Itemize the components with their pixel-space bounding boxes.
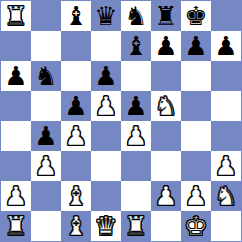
square-h1[interactable] — [211, 211, 241, 241]
square-g8[interactable]: ♚ — [181, 1, 211, 31]
square-c7[interactable] — [61, 31, 91, 61]
black-bishop[interactable]: ♝ — [124, 31, 147, 61]
square-h2[interactable]: ♞ — [211, 181, 241, 211]
square-h7[interactable]: ♟ — [211, 31, 241, 61]
black-knight[interactable]: ♞ — [34, 61, 57, 91]
white-rook[interactable]: ♜ — [4, 1, 27, 31]
square-d8[interactable]: ♛ — [91, 1, 121, 31]
square-c5[interactable]: ♟ — [61, 91, 91, 121]
square-e8[interactable]: ♞ — [121, 1, 151, 31]
black-knight[interactable]: ♞ — [124, 1, 147, 31]
square-e7[interactable]: ♝ — [121, 31, 151, 61]
black-rook[interactable]: ♜ — [154, 1, 177, 31]
square-g6[interactable] — [181, 61, 211, 91]
black-pawn[interactable]: ♟ — [64, 91, 87, 121]
black-pawn[interactable]: ♟ — [184, 31, 207, 61]
white-pawn[interactable]: ♟ — [64, 121, 87, 151]
square-b3[interactable]: ♟ — [31, 151, 61, 181]
square-h6[interactable] — [211, 61, 241, 91]
square-a4[interactable] — [1, 121, 31, 151]
square-h4[interactable] — [211, 121, 241, 151]
square-b2[interactable] — [31, 181, 61, 211]
square-f2[interactable]: ♟ — [151, 181, 181, 211]
square-c1[interactable]: ♝ — [61, 211, 91, 241]
square-f1[interactable] — [151, 211, 181, 241]
square-a3[interactable] — [1, 151, 31, 181]
square-f6[interactable] — [151, 61, 181, 91]
black-pawn[interactable]: ♟ — [4, 61, 27, 91]
square-g5[interactable] — [181, 91, 211, 121]
square-c6[interactable] — [61, 61, 91, 91]
white-pawn[interactable]: ♟ — [184, 181, 207, 211]
square-d1[interactable]: ♛ — [91, 211, 121, 241]
square-c2[interactable]: ♝ — [61, 181, 91, 211]
square-d5[interactable]: ♟ — [91, 91, 121, 121]
square-b5[interactable] — [31, 91, 61, 121]
square-h8[interactable] — [211, 1, 241, 31]
square-h5[interactable] — [211, 91, 241, 121]
square-g1[interactable]: ♚ — [181, 211, 211, 241]
square-g4[interactable] — [181, 121, 211, 151]
square-d4[interactable] — [91, 121, 121, 151]
square-b6[interactable]: ♞ — [31, 61, 61, 91]
square-a5[interactable] — [1, 91, 31, 121]
square-a7[interactable] — [1, 31, 31, 61]
square-e5[interactable]: ♟ — [121, 91, 151, 121]
square-b7[interactable] — [31, 31, 61, 61]
square-h3[interactable]: ♟ — [211, 151, 241, 181]
black-pawn[interactable]: ♟ — [34, 121, 57, 151]
white-queen[interactable]: ♛ — [94, 211, 117, 241]
square-g3[interactable] — [181, 151, 211, 181]
square-f8[interactable]: ♜ — [151, 1, 181, 31]
black-king[interactable]: ♚ — [184, 1, 207, 31]
square-e2[interactable] — [121, 181, 151, 211]
white-pawn[interactable]: ♟ — [214, 151, 237, 181]
white-pawn[interactable]: ♟ — [94, 91, 117, 121]
square-e1[interactable]: ♜ — [121, 211, 151, 241]
square-f3[interactable] — [151, 151, 181, 181]
white-knight[interactable]: ♞ — [154, 91, 177, 121]
square-g7[interactable]: ♟ — [181, 31, 211, 61]
black-queen[interactable]: ♛ — [94, 1, 117, 31]
white-king[interactable]: ♚ — [184, 211, 207, 241]
square-b8[interactable] — [31, 1, 61, 31]
square-g2[interactable]: ♟ — [181, 181, 211, 211]
white-bishop[interactable]: ♝ — [64, 181, 87, 211]
black-pawn[interactable]: ♟ — [154, 31, 177, 61]
white-pawn[interactable]: ♟ — [34, 151, 57, 181]
square-f7[interactable]: ♟ — [151, 31, 181, 61]
square-d6[interactable]: ♟ — [91, 61, 121, 91]
square-f4[interactable] — [151, 121, 181, 151]
square-a8[interactable]: ♜ — [1, 1, 31, 31]
black-pawn[interactable]: ♟ — [124, 91, 147, 121]
square-e6[interactable] — [121, 61, 151, 91]
square-d2[interactable] — [91, 181, 121, 211]
white-rook[interactable]: ♜ — [124, 211, 147, 241]
square-b1[interactable] — [31, 211, 61, 241]
black-pawn[interactable]: ♟ — [214, 31, 237, 61]
white-rook[interactable]: ♜ — [4, 211, 27, 241]
square-c8[interactable]: ♝ — [61, 1, 91, 31]
square-d3[interactable] — [91, 151, 121, 181]
square-a2[interactable]: ♟ — [1, 181, 31, 211]
square-d7[interactable] — [91, 31, 121, 61]
square-f5[interactable]: ♞ — [151, 91, 181, 121]
square-a6[interactable]: ♟ — [1, 61, 31, 91]
black-pawn[interactable]: ♟ — [94, 61, 117, 91]
square-a1[interactable]: ♜ — [1, 211, 31, 241]
white-knight[interactable]: ♞ — [214, 181, 237, 211]
white-pawn[interactable]: ♟ — [154, 181, 177, 211]
chess-board: ♜♝♛♞♜♚♝♟♟♟♟♞♟♟♟♟♞♟♟♟♟♟♟♝♟♟♞♜♝♛♜♚ — [0, 0, 242, 242]
white-bishop[interactable]: ♝ — [64, 211, 87, 241]
black-bishop[interactable]: ♝ — [64, 1, 87, 31]
square-b4[interactable]: ♟ — [31, 121, 61, 151]
square-e3[interactable] — [121, 151, 151, 181]
white-pawn[interactable]: ♟ — [4, 181, 27, 211]
square-c4[interactable]: ♟ — [61, 121, 91, 151]
square-c3[interactable] — [61, 151, 91, 181]
white-pawn[interactable]: ♟ — [124, 121, 147, 151]
square-e4[interactable]: ♟ — [121, 121, 151, 151]
